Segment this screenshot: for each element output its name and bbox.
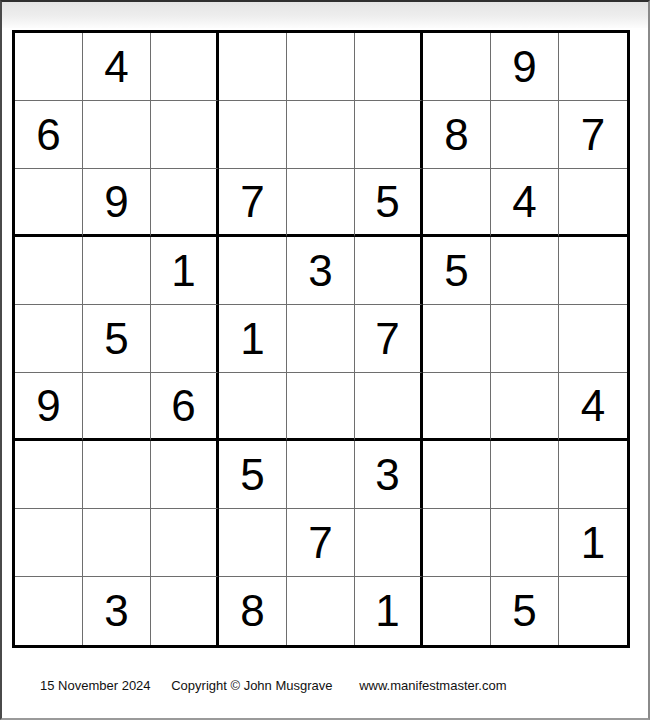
sudoku-cell-r8c5: 7 [287, 509, 355, 577]
sudoku-cell-r3c1 [15, 169, 83, 237]
sudoku-cell-r4c8 [491, 237, 559, 305]
sudoku-cell-r8c1 [15, 509, 83, 577]
sudoku-cell-r5c7 [423, 305, 491, 373]
sudoku-cell-r8c3 [151, 509, 219, 577]
sudoku-cell-r3c6: 5 [355, 169, 423, 237]
sudoku-cell-r2c6 [355, 101, 423, 169]
sudoku-cell-r7c1 [15, 441, 83, 509]
sudoku-cell-r8c7 [423, 509, 491, 577]
sudoku-cell-r1c1 [15, 33, 83, 101]
footer-copyright: Copyright © John Musgrave [171, 678, 332, 693]
sudoku-cell-r8c6 [355, 509, 423, 577]
sudoku-cell-r7c7 [423, 441, 491, 509]
sudoku-cell-r7c3 [151, 441, 219, 509]
sudoku-cell-r7c8 [491, 441, 559, 509]
sudoku-cell-r1c3 [151, 33, 219, 101]
sudoku-cell-r8c2 [83, 509, 151, 577]
sudoku-cell-r2c4 [219, 101, 287, 169]
sudoku-cell-r5c4: 1 [219, 305, 287, 373]
sudoku-cell-r4c4 [219, 237, 287, 305]
sudoku-cell-r4c5: 3 [287, 237, 355, 305]
sudoku-cell-r1c8: 9 [491, 33, 559, 101]
sudoku-cell-r5c8 [491, 305, 559, 373]
sudoku-cell-r7c4: 5 [219, 441, 287, 509]
sudoku-cell-r7c6: 3 [355, 441, 423, 509]
footer-website: www.manifestmaster.com [359, 678, 506, 693]
sudoku-cell-r3c4: 7 [219, 169, 287, 237]
sudoku-cell-r7c2 [83, 441, 151, 509]
sudoku-cell-r9c7 [423, 577, 491, 645]
sudoku-cell-r1c9 [559, 33, 627, 101]
sudoku-cell-r3c8: 4 [491, 169, 559, 237]
sudoku-cell-r6c7 [423, 373, 491, 441]
sudoku-cell-r1c4 [219, 33, 287, 101]
sudoku-cell-r6c1: 9 [15, 373, 83, 441]
sudoku-cell-r4c2 [83, 237, 151, 305]
sudoku-cell-r9c1 [15, 577, 83, 645]
sudoku-cell-r3c3 [151, 169, 219, 237]
sudoku-cell-r4c9 [559, 237, 627, 305]
sudoku-cell-r6c3: 6 [151, 373, 219, 441]
sudoku-cell-r9c6: 1 [355, 577, 423, 645]
sudoku-cell-r3c7 [423, 169, 491, 237]
sudoku-cell-r1c7 [423, 33, 491, 101]
footer-date: 15 November 2024 [40, 678, 151, 693]
sudoku-cell-r9c5 [287, 577, 355, 645]
sudoku-cell-r5c2: 5 [83, 305, 151, 373]
sudoku-cell-r5c5 [287, 305, 355, 373]
sudoku-cell-r9c3 [151, 577, 219, 645]
sudoku-cell-r6c6 [355, 373, 423, 441]
sudoku-cell-r9c2: 3 [83, 577, 151, 645]
sudoku-cell-r2c1: 6 [15, 101, 83, 169]
sudoku-cell-r3c2: 9 [83, 169, 151, 237]
sudoku-cell-r9c8: 5 [491, 577, 559, 645]
sudoku-cell-r2c2 [83, 101, 151, 169]
sudoku-cell-r6c4 [219, 373, 287, 441]
sudoku-cell-r4c1 [15, 237, 83, 305]
sudoku-cell-r7c5 [287, 441, 355, 509]
sudoku-cell-r2c8 [491, 101, 559, 169]
header-strip [2, 2, 648, 28]
sudoku-cell-r3c9 [559, 169, 627, 237]
sudoku-cell-r5c6: 7 [355, 305, 423, 373]
puzzle-page: 49687975413551796453713815 15 November 2… [0, 0, 650, 720]
sudoku-cell-r6c8 [491, 373, 559, 441]
sudoku-cell-r7c9 [559, 441, 627, 509]
sudoku-cell-r8c9: 1 [559, 509, 627, 577]
sudoku-cell-r6c2 [83, 373, 151, 441]
footer: 15 November 2024 Copyright © John Musgra… [40, 678, 507, 693]
sudoku-cell-r5c3 [151, 305, 219, 373]
sudoku-cell-r4c3: 1 [151, 237, 219, 305]
sudoku-cell-r5c1 [15, 305, 83, 373]
sudoku-cell-r6c9: 4 [559, 373, 627, 441]
sudoku-board: 49687975413551796453713815 [12, 30, 630, 648]
sudoku-cell-r2c3 [151, 101, 219, 169]
sudoku-cell-r1c6 [355, 33, 423, 101]
sudoku-cell-r8c4 [219, 509, 287, 577]
sudoku-cell-r3c5 [287, 169, 355, 237]
sudoku-cell-r9c9 [559, 577, 627, 645]
sudoku-cell-r2c5 [287, 101, 355, 169]
sudoku-cell-r2c9: 7 [559, 101, 627, 169]
sudoku-cell-r5c9 [559, 305, 627, 373]
sudoku-cell-r1c5 [287, 33, 355, 101]
sudoku-cell-r4c7: 5 [423, 237, 491, 305]
sudoku-cell-r6c5 [287, 373, 355, 441]
sudoku-cell-r2c7: 8 [423, 101, 491, 169]
sudoku-cell-r9c4: 8 [219, 577, 287, 645]
sudoku-cell-r8c8 [491, 509, 559, 577]
sudoku-cell-r4c6 [355, 237, 423, 305]
sudoku-cell-r1c2: 4 [83, 33, 151, 101]
